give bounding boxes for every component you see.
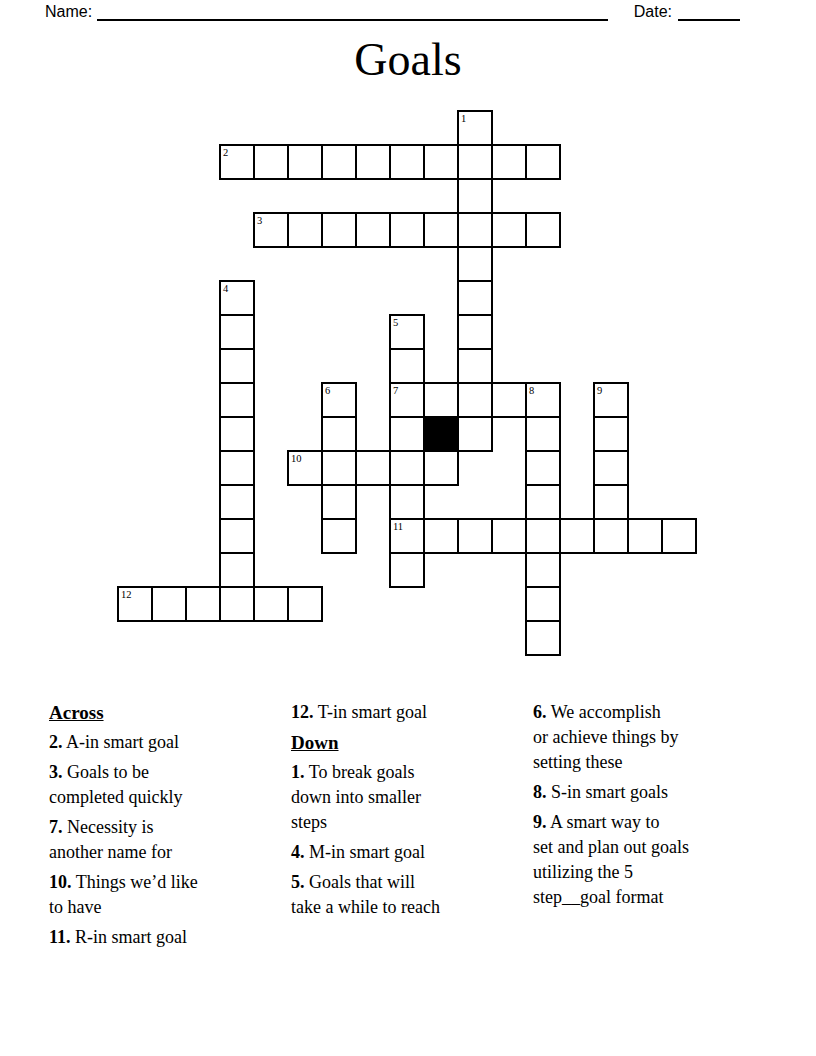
clue-column: 6. We accomplish or achieve things by se… xyxy=(533,700,775,955)
grid-cell[interactable] xyxy=(219,314,255,350)
grid-cell[interactable] xyxy=(219,518,255,554)
cell-number: 11 xyxy=(393,519,403,533)
grid-cell[interactable] xyxy=(593,450,629,486)
clue-text: M-in smart goal xyxy=(309,842,425,862)
grid-cell[interactable] xyxy=(525,552,561,588)
clues-section: Across2. A-in smart goal3. Goals to be c… xyxy=(49,700,775,955)
grid-cell[interactable] xyxy=(491,518,527,554)
cell-number: 12 xyxy=(121,587,132,601)
grid-cell[interactable] xyxy=(457,518,493,554)
crossword-grid: 123456789101112 xyxy=(118,111,696,655)
grid-cell[interactable] xyxy=(423,450,459,486)
grid-cell[interactable] xyxy=(321,484,357,520)
grid-cell[interactable] xyxy=(253,144,289,180)
grid-cell[interactable] xyxy=(525,518,561,554)
cell-number: 8 xyxy=(529,383,534,397)
cell-number: 6 xyxy=(325,383,330,397)
clue-number: 6. xyxy=(533,702,547,722)
grid-cell[interactable] xyxy=(559,518,595,554)
grid-cell[interactable] xyxy=(219,484,255,520)
cell-number: 9 xyxy=(597,383,602,397)
clue-text: T-in smart goal xyxy=(318,702,427,722)
date-input-line[interactable] xyxy=(678,2,740,21)
puzzle-title: Goals xyxy=(0,30,816,90)
clue-text: We accomplish or achieve things by setti… xyxy=(533,702,678,772)
grid-cell[interactable] xyxy=(219,382,255,418)
clue-text: Goals to be completed quickly xyxy=(49,762,182,807)
clue: 11. R-in smart goal xyxy=(49,925,281,950)
grid-cell[interactable] xyxy=(525,416,561,452)
grid-cell[interactable] xyxy=(389,212,425,248)
grid-cell[interactable] xyxy=(253,586,289,622)
clue-text: S-in smart goals xyxy=(551,782,668,802)
clue: 6. We accomplish or achieve things by se… xyxy=(533,700,765,775)
clue-text: Goals that will take a while to reach xyxy=(291,872,440,917)
grid-cell[interactable] xyxy=(491,382,527,418)
clue: 7. Necessity is another name for xyxy=(49,815,281,865)
grid-cell[interactable] xyxy=(389,484,425,520)
clue-column: 12. T-in smart goalDown1. To break goals… xyxy=(291,700,533,955)
clue: 9. A smart way to set and plan out goals… xyxy=(533,810,765,910)
grid-cell[interactable] xyxy=(525,144,561,180)
grid-cell[interactable] xyxy=(627,518,663,554)
clue-number: 3. xyxy=(49,762,63,782)
grid-cell[interactable] xyxy=(525,586,561,622)
grid-cell[interactable] xyxy=(219,416,255,452)
grid-cell[interactable] xyxy=(389,144,425,180)
cell-number: 10 xyxy=(291,451,302,465)
grid-cell[interactable] xyxy=(457,144,493,180)
grid-cell[interactable] xyxy=(219,450,255,486)
grid-cell[interactable] xyxy=(219,348,255,384)
grid-cell[interactable] xyxy=(593,484,629,520)
grid-cell[interactable] xyxy=(593,518,629,554)
grid-cell[interactable] xyxy=(661,518,697,554)
grid-cell[interactable] xyxy=(457,314,493,350)
grid-cell[interactable] xyxy=(287,586,323,622)
worksheet-page: Name: Date: Goals 123456789101112 Across… xyxy=(0,0,816,1056)
clue-number: 4. xyxy=(291,842,305,862)
cell-number: 1 xyxy=(461,111,466,125)
grid-cell[interactable] xyxy=(457,212,493,248)
clue-column: Across2. A-in smart goal3. Goals to be c… xyxy=(49,700,291,955)
clue-text: Necessity is another name for xyxy=(49,817,172,862)
clue-text: To break goals down into smaller steps xyxy=(291,762,421,832)
clue-text: A smart way to set and plan out goals ut… xyxy=(533,812,689,907)
clue-text: A-in smart goal xyxy=(66,732,179,752)
grid-cell[interactable] xyxy=(151,586,187,622)
clue: 1. To break goals down into smaller step… xyxy=(291,760,523,835)
clue: 10. Things we’d like to have xyxy=(49,870,281,920)
grid-cell[interactable] xyxy=(219,586,255,622)
grid-cell[interactable] xyxy=(389,450,425,486)
grid-cell[interactable] xyxy=(423,212,459,248)
grid-cell[interactable] xyxy=(287,212,323,248)
clue-number: 11. xyxy=(49,927,71,947)
grid-cell[interactable] xyxy=(457,348,493,384)
cell-number: 4 xyxy=(223,281,228,295)
grid-cell[interactable] xyxy=(355,212,391,248)
grid-cell[interactable] xyxy=(321,416,357,452)
grid-cell[interactable] xyxy=(355,144,391,180)
grid-cell[interactable] xyxy=(457,416,493,452)
clue-number: 8. xyxy=(533,782,547,802)
grid-cell[interactable] xyxy=(423,518,459,554)
clue-list-heading: Down xyxy=(291,730,523,755)
clue: 4. M-in smart goal xyxy=(291,840,523,865)
clue-number: 7. xyxy=(49,817,63,837)
grid-cell[interactable] xyxy=(219,552,255,588)
name-label: Name: xyxy=(45,2,92,21)
clue-number: 5. xyxy=(291,872,305,892)
clue-text: R-in smart goal xyxy=(75,927,187,947)
header: Name: Date: xyxy=(45,2,740,21)
grid-cell[interactable] xyxy=(389,348,425,384)
grid-cell[interactable] xyxy=(287,144,323,180)
clue: 8. S-in smart goals xyxy=(533,780,765,805)
grid-cell[interactable] xyxy=(491,212,527,248)
grid-cell[interactable] xyxy=(389,416,425,452)
clue: 3. Goals to be completed quickly xyxy=(49,760,281,810)
cell-number: 3 xyxy=(257,213,262,227)
cell-number: 7 xyxy=(393,383,398,397)
clue-number: 10. xyxy=(49,872,72,892)
name-input-line[interactable] xyxy=(97,2,608,21)
grid-cell[interactable] xyxy=(321,518,357,554)
date-label: Date: xyxy=(634,2,672,21)
black-cell xyxy=(423,416,459,452)
grid-cell[interactable] xyxy=(321,450,357,486)
grid-cell[interactable] xyxy=(457,382,493,418)
cell-number: 2 xyxy=(223,145,228,159)
clue: 12. T-in smart goal xyxy=(291,700,523,725)
grid-cell[interactable] xyxy=(593,416,629,452)
grid-cell[interactable] xyxy=(525,484,561,520)
clue: 5. Goals that will take a while to reach xyxy=(291,870,523,920)
grid-cell[interactable] xyxy=(457,280,493,316)
clue-number: 12. xyxy=(291,702,314,722)
clue-number: 2. xyxy=(49,732,63,752)
grid-cell[interactable] xyxy=(525,450,561,486)
grid-cell[interactable] xyxy=(525,212,561,248)
grid-cell[interactable] xyxy=(185,586,221,622)
grid-cell[interactable] xyxy=(423,382,459,418)
grid-cell[interactable] xyxy=(321,144,357,180)
grid-cell[interactable] xyxy=(355,450,391,486)
clue-number: 9. xyxy=(533,812,547,832)
clue-list-heading: Across xyxy=(49,700,281,725)
grid-cell[interactable] xyxy=(423,144,459,180)
cell-number: 5 xyxy=(393,315,398,329)
clue-text: Things we’d like to have xyxy=(49,872,198,917)
clue-number: 1. xyxy=(291,762,305,782)
grid-cell[interactable] xyxy=(457,246,493,282)
grid-cell[interactable] xyxy=(389,552,425,588)
grid-cell[interactable] xyxy=(321,212,357,248)
grid-cell[interactable] xyxy=(525,620,561,656)
grid-cell[interactable] xyxy=(491,144,527,180)
grid-cell[interactable] xyxy=(457,178,493,214)
clue: 2. A-in smart goal xyxy=(49,730,281,755)
